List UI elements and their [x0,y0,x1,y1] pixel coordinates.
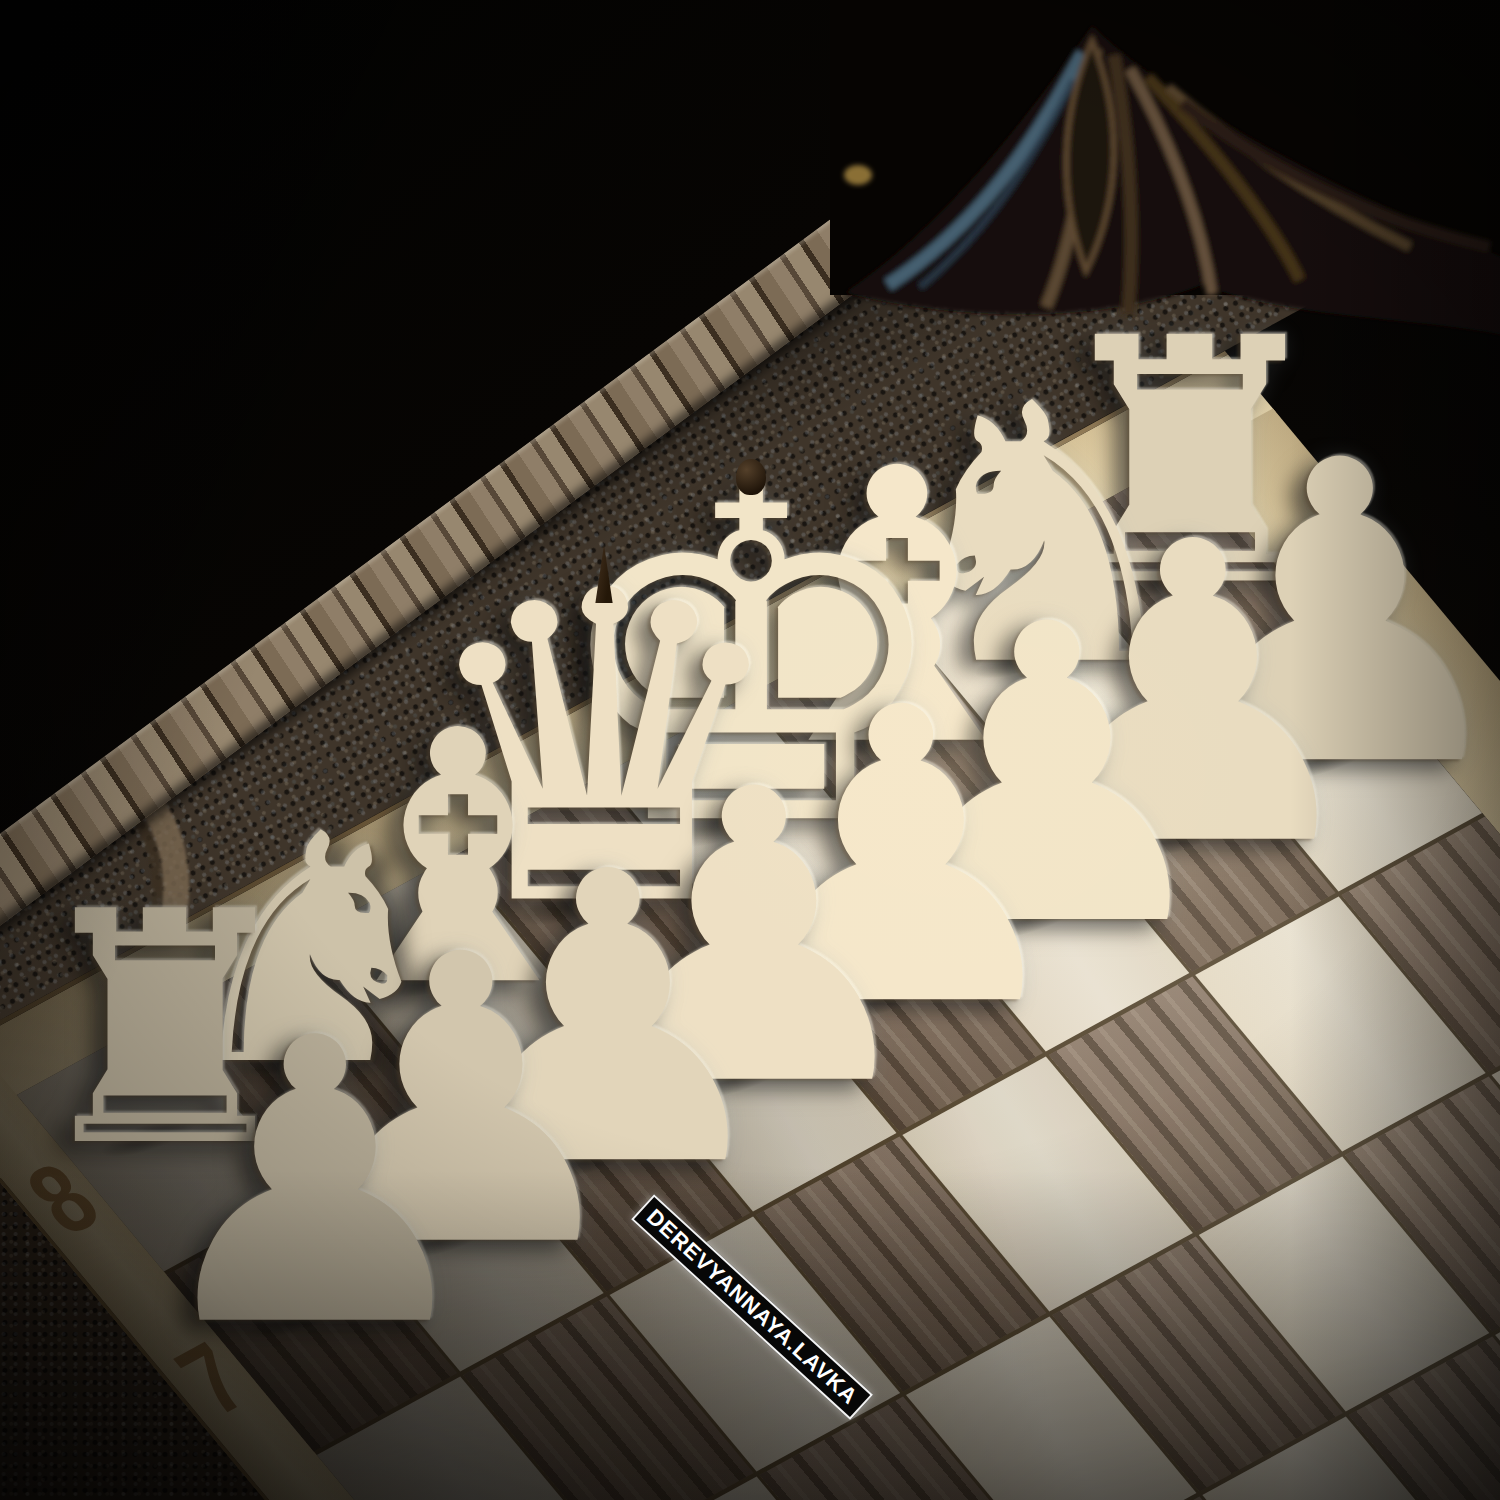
brass-latch-glint [844,165,872,185]
chess-piece-P-a7: ♟ [139,1007,490,1360]
king-dark-finial [736,459,766,495]
chess-set-photo: 87 ♜♞♝♛♚♝♞♜♟♟♟♟♟♟♟♟ DEREVYANNAYA.LAVKA [0,0,1500,1500]
